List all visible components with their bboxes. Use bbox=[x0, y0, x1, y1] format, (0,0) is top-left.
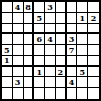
cell-r5c2[interactable] bbox=[13, 45, 24, 56]
cell-r8c3[interactable] bbox=[24, 77, 35, 88]
cell-r9c2[interactable] bbox=[13, 88, 24, 99]
cell-r6c3[interactable] bbox=[24, 56, 35, 67]
cell-r6c5[interactable] bbox=[45, 56, 56, 67]
cell-r4c8[interactable] bbox=[77, 34, 88, 45]
cell-r7c1[interactable] bbox=[2, 67, 13, 78]
cell-r6c2[interactable] bbox=[13, 56, 24, 67]
cell-r3c9[interactable] bbox=[88, 24, 99, 35]
cell-r5c6[interactable] bbox=[56, 45, 67, 56]
cell-r6c4[interactable] bbox=[34, 56, 45, 67]
cell-r2c7[interactable] bbox=[67, 13, 78, 24]
cell-r1c2[interactable]: 4 bbox=[13, 2, 24, 13]
cell-r3c7[interactable] bbox=[67, 24, 78, 35]
cell-r9c7[interactable] bbox=[67, 88, 78, 99]
cell-r3c6[interactable] bbox=[56, 24, 67, 35]
cell-r5c7[interactable]: 7 bbox=[67, 45, 78, 56]
cell-r4c1[interactable] bbox=[2, 34, 13, 45]
cell-r6c9[interactable] bbox=[88, 56, 99, 67]
cell-r7c6[interactable]: 2 bbox=[56, 67, 67, 78]
cell-r3c1[interactable] bbox=[2, 24, 13, 35]
cell-r7c7[interactable] bbox=[67, 67, 78, 78]
cell-r1c6[interactable] bbox=[56, 2, 67, 13]
cell-r7c5[interactable] bbox=[45, 67, 56, 78]
cell-r1c3[interactable]: 8 bbox=[24, 2, 35, 13]
cell-r6c1[interactable]: 1 bbox=[2, 56, 13, 67]
cell-r4c6[interactable] bbox=[56, 34, 67, 45]
cell-r4c3[interactable] bbox=[24, 34, 35, 45]
cell-r9c8[interactable] bbox=[77, 88, 88, 99]
cell-r2c9[interactable]: 2 bbox=[88, 13, 99, 24]
cell-r2c8[interactable]: 1 bbox=[77, 13, 88, 24]
cell-r9c1[interactable] bbox=[2, 88, 13, 99]
cell-r4c4[interactable]: 6 bbox=[34, 34, 45, 45]
cell-r8c6[interactable] bbox=[56, 77, 67, 88]
cell-r1c1[interactable] bbox=[2, 2, 13, 13]
cell-r8c4[interactable] bbox=[34, 77, 45, 88]
cell-r4c7[interactable]: 3 bbox=[67, 34, 78, 45]
cell-r9c6[interactable] bbox=[56, 88, 67, 99]
cell-r3c5[interactable] bbox=[45, 24, 56, 35]
cell-r9c9[interactable] bbox=[88, 88, 99, 99]
cell-r2c2[interactable] bbox=[13, 13, 24, 24]
cell-r7c8[interactable]: 5 bbox=[77, 67, 88, 78]
sudoku-board: 48351264357112534 bbox=[0, 0, 101, 101]
cell-r4c5[interactable]: 4 bbox=[45, 34, 56, 45]
cell-r8c8[interactable] bbox=[77, 77, 88, 88]
cell-r2c6[interactable] bbox=[56, 13, 67, 24]
cell-r4c2[interactable] bbox=[13, 34, 24, 45]
cell-r7c3[interactable] bbox=[24, 67, 35, 78]
cell-r2c5[interactable] bbox=[45, 13, 56, 24]
cell-r8c9[interactable] bbox=[88, 77, 99, 88]
cell-r7c4[interactable]: 1 bbox=[34, 67, 45, 78]
cell-r1c8[interactable] bbox=[77, 2, 88, 13]
cell-r5c5[interactable] bbox=[45, 45, 56, 56]
cell-r5c8[interactable] bbox=[77, 45, 88, 56]
cell-r9c5[interactable] bbox=[45, 88, 56, 99]
cell-r4c9[interactable] bbox=[88, 34, 99, 45]
cell-r5c9[interactable] bbox=[88, 45, 99, 56]
cell-r6c7[interactable] bbox=[67, 56, 78, 67]
cell-r2c1[interactable] bbox=[2, 13, 13, 24]
cell-r8c5[interactable] bbox=[45, 77, 56, 88]
cell-r6c6[interactable] bbox=[56, 56, 67, 67]
cell-r6c8[interactable] bbox=[77, 56, 88, 67]
cell-r2c4[interactable]: 5 bbox=[34, 13, 45, 24]
cell-r7c9[interactable] bbox=[88, 67, 99, 78]
cell-r5c4[interactable] bbox=[34, 45, 45, 56]
cell-r2c3[interactable] bbox=[24, 13, 35, 24]
cell-r3c4[interactable] bbox=[34, 24, 45, 35]
cell-r7c2[interactable] bbox=[13, 67, 24, 78]
cell-r9c3[interactable] bbox=[24, 88, 35, 99]
cell-r3c3[interactable] bbox=[24, 24, 35, 35]
cell-r3c8[interactable] bbox=[77, 24, 88, 35]
cell-r1c4[interactable] bbox=[34, 2, 45, 13]
cell-r9c4[interactable] bbox=[34, 88, 45, 99]
cell-r8c1[interactable] bbox=[2, 77, 13, 88]
cell-r3c2[interactable] bbox=[13, 24, 24, 35]
cell-r1c9[interactable] bbox=[88, 2, 99, 13]
cell-r5c1[interactable]: 5 bbox=[2, 45, 13, 56]
cell-r8c2[interactable]: 3 bbox=[13, 77, 24, 88]
cell-r1c5[interactable]: 3 bbox=[45, 2, 56, 13]
cell-r8c7[interactable]: 4 bbox=[67, 77, 78, 88]
cell-r5c3[interactable] bbox=[24, 45, 35, 56]
cell-r1c7[interactable] bbox=[67, 2, 78, 13]
